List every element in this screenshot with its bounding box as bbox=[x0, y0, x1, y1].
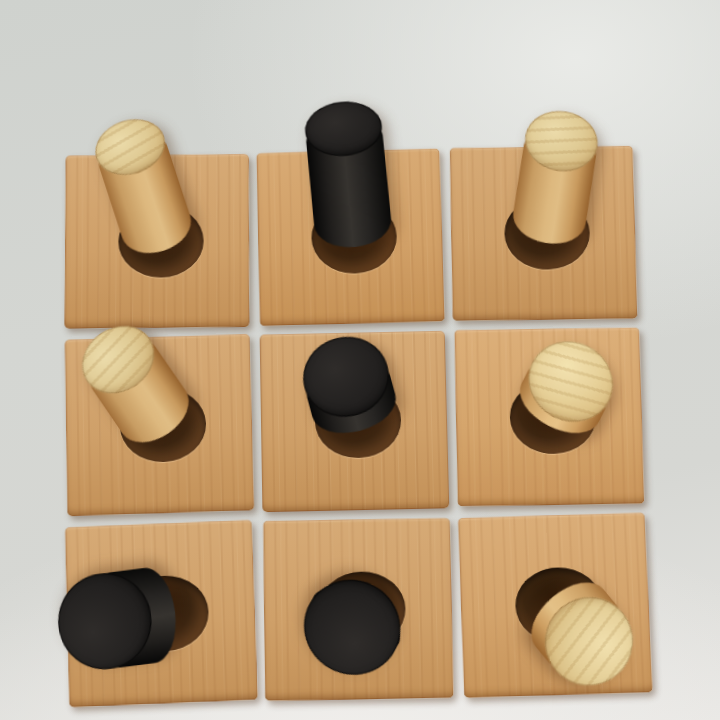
peg-r0c2[interactable] bbox=[511, 135, 598, 239]
cell-r2c0[interactable] bbox=[65, 519, 258, 707]
cell-r1c1[interactable] bbox=[260, 331, 450, 512]
peg-cap bbox=[287, 562, 417, 692]
peg-r2c0[interactable] bbox=[99, 565, 170, 668]
peg-r0c1[interactable] bbox=[305, 125, 392, 241]
cell-r0c0[interactable] bbox=[64, 154, 249, 329]
cell-r2c2[interactable] bbox=[458, 512, 653, 698]
cell-r0c2[interactable] bbox=[450, 146, 638, 322]
cell-r0c1[interactable] bbox=[256, 148, 445, 326]
cell-r1c2[interactable] bbox=[454, 328, 644, 507]
cell-r2c1[interactable] bbox=[263, 517, 454, 700]
peg-r0c0[interactable] bbox=[96, 136, 195, 252]
tic-tac-toe-board bbox=[64, 145, 652, 706]
photo-scene bbox=[0, 0, 720, 720]
cell-r1c0[interactable] bbox=[65, 334, 255, 517]
